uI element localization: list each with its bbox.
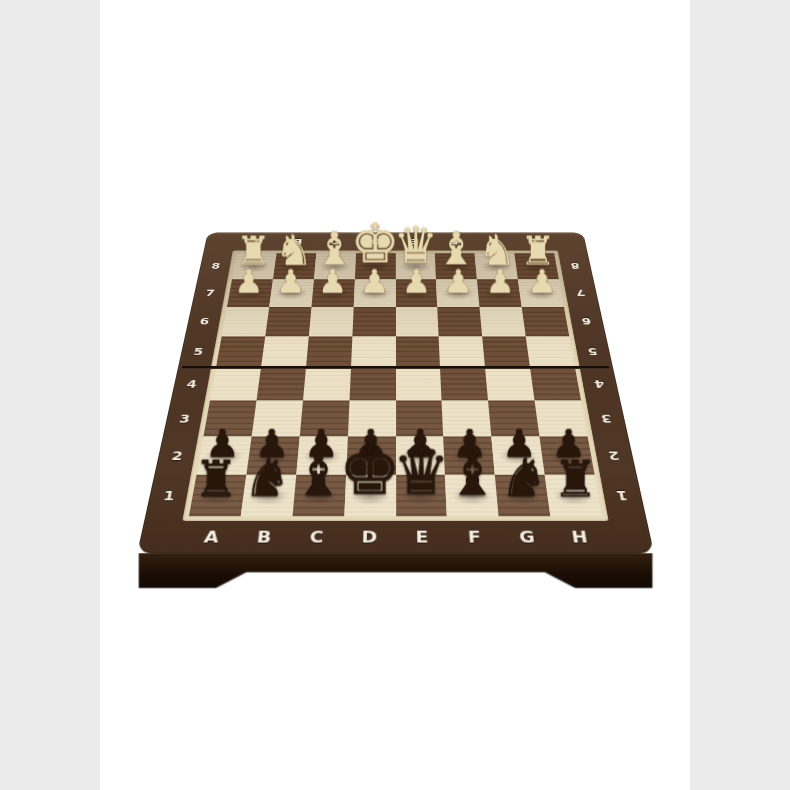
file-label-near-c: C (309, 527, 324, 546)
rank-label-right-2: 2 (607, 449, 620, 463)
square-d1: ♚ (343, 475, 395, 516)
piece-white-pawn: ♟ (234, 266, 263, 299)
square-h4 (530, 368, 581, 401)
square-f5 (438, 336, 484, 367)
rank-label-left-1: 1 (161, 488, 175, 503)
square-g5 (482, 336, 530, 367)
piece-black-bishop: ♝ (446, 447, 497, 504)
rank-label-right-6: 6 (580, 316, 591, 326)
square-f4 (440, 368, 488, 401)
fold-seam (181, 366, 609, 369)
square-h7: ♟ (518, 279, 564, 307)
file-label-far-f: F (449, 237, 458, 246)
square-e5 (395, 336, 440, 367)
piece-black-knight: ♞ (243, 450, 291, 504)
square-d7: ♟ (353, 279, 395, 307)
square-b1: ♞ (240, 475, 295, 516)
piece-white-pawn: ♟ (485, 266, 514, 299)
square-h6 (521, 307, 568, 336)
rank-label-right-4: 4 (593, 378, 605, 390)
file-label-far-c: C (331, 237, 341, 246)
file-label-far-a: A (253, 237, 264, 246)
file-label-far-h: H (526, 237, 538, 246)
piece-white-pawn: ♟ (318, 266, 347, 299)
rank-label-left-8: 8 (210, 261, 221, 270)
file-label-near-h: H (570, 527, 589, 546)
board-base-with-feet (138, 553, 652, 589)
file-label-near-f: F (467, 527, 481, 546)
square-e6 (395, 307, 438, 336)
file-label-far-e: E (410, 237, 419, 246)
square-b4 (256, 368, 305, 401)
square-g7: ♟ (477, 279, 522, 307)
square-c6 (308, 307, 353, 336)
square-h1: ♜ (544, 475, 601, 516)
square-c7: ♟ (311, 279, 354, 307)
square-g6 (479, 307, 525, 336)
chessboard-scene: ♜♞♝♚♛♝♞♜♟♟♟♟♟♟♟♟♟♟♟♟♟♟♟♟♜♞♝♚♛♝♞♜ ABCDEFG… (100, 0, 690, 790)
square-c5 (305, 336, 351, 367)
square-f6 (437, 307, 482, 336)
square-e1: ♛ (395, 475, 447, 516)
piece-white-pawn: ♟ (276, 266, 305, 299)
file-label-far-g: G (487, 237, 498, 246)
piece-white-pawn: ♟ (443, 266, 472, 299)
file-label-near-a: A (202, 527, 220, 546)
square-a4 (209, 368, 260, 401)
rank-label-left-6: 6 (198, 316, 209, 326)
rank-label-left-5: 5 (192, 346, 204, 357)
square-a5 (216, 336, 265, 367)
square-f7: ♟ (436, 279, 479, 307)
piece-white-pawn: ♟ (527, 266, 556, 299)
piece-black-king: ♚ (338, 434, 400, 504)
file-label-far-b: B (292, 237, 302, 246)
square-b5 (260, 336, 308, 367)
square-d4 (349, 368, 395, 401)
piece-black-rook: ♜ (193, 454, 238, 504)
square-a1: ♜ (188, 475, 245, 516)
rank-label-left-3: 3 (178, 412, 191, 425)
square-h5 (525, 336, 574, 367)
square-e4 (395, 368, 441, 401)
square-c4 (302, 368, 350, 401)
photo-panel: ♜♞♝♚♛♝♞♜♟♟♟♟♟♟♟♟♟♟♟♟♟♟♟♟♜♞♝♚♛♝♞♜ ABCDEFG… (100, 0, 690, 790)
square-b6 (265, 307, 311, 336)
square-a7: ♟ (227, 279, 273, 307)
square-g1: ♞ (495, 475, 550, 516)
square-d6 (352, 307, 395, 336)
rank-label-right-7: 7 (575, 288, 586, 298)
square-e7: ♟ (395, 279, 437, 307)
file-label-near-b: B (255, 527, 271, 546)
rank-label-right-8: 8 (570, 261, 581, 270)
rank-label-right-3: 3 (599, 412, 612, 425)
rank-label-left-4: 4 (185, 378, 197, 390)
rank-label-left-2: 2 (170, 449, 183, 463)
rank-label-right-5: 5 (586, 346, 598, 357)
file-label-near-g: G (518, 527, 536, 546)
file-labels-near: ABCDEFGH (182, 521, 609, 553)
square-b7: ♟ (269, 279, 314, 307)
piece-white-pawn: ♟ (401, 266, 430, 299)
rank-label-left-7: 7 (204, 288, 215, 298)
square-g4 (485, 368, 534, 401)
piece-white-pawn: ♟ (359, 266, 388, 299)
squares-grid: ♜♞♝♚♛♝♞♜♟♟♟♟♟♟♟♟♟♟♟♟♟♟♟♟♜♞♝♚♛♝♞♜ (188, 253, 601, 516)
rank-label-right-1: 1 (615, 488, 629, 503)
file-label-near-d: D (361, 527, 377, 546)
square-d5 (350, 336, 395, 367)
file-label-far-d: D (370, 237, 380, 246)
chess-board: ♜♞♝♚♛♝♞♜♟♟♟♟♟♟♟♟♟♟♟♟♟♟♟♟♜♞♝♚♛♝♞♜ ABCDEFG… (136, 232, 653, 553)
piece-black-bishop: ♝ (293, 447, 344, 504)
square-a6 (221, 307, 268, 336)
piece-black-queen: ♛ (392, 440, 449, 504)
left-gray-bar (0, 0, 100, 790)
piece-black-knight: ♞ (499, 450, 547, 504)
right-gray-bar (690, 0, 790, 790)
file-label-near-e: E (415, 527, 428, 546)
piece-black-rook: ♜ (552, 454, 597, 504)
square-f1: ♝ (445, 475, 499, 516)
square-c1: ♝ (292, 475, 346, 516)
